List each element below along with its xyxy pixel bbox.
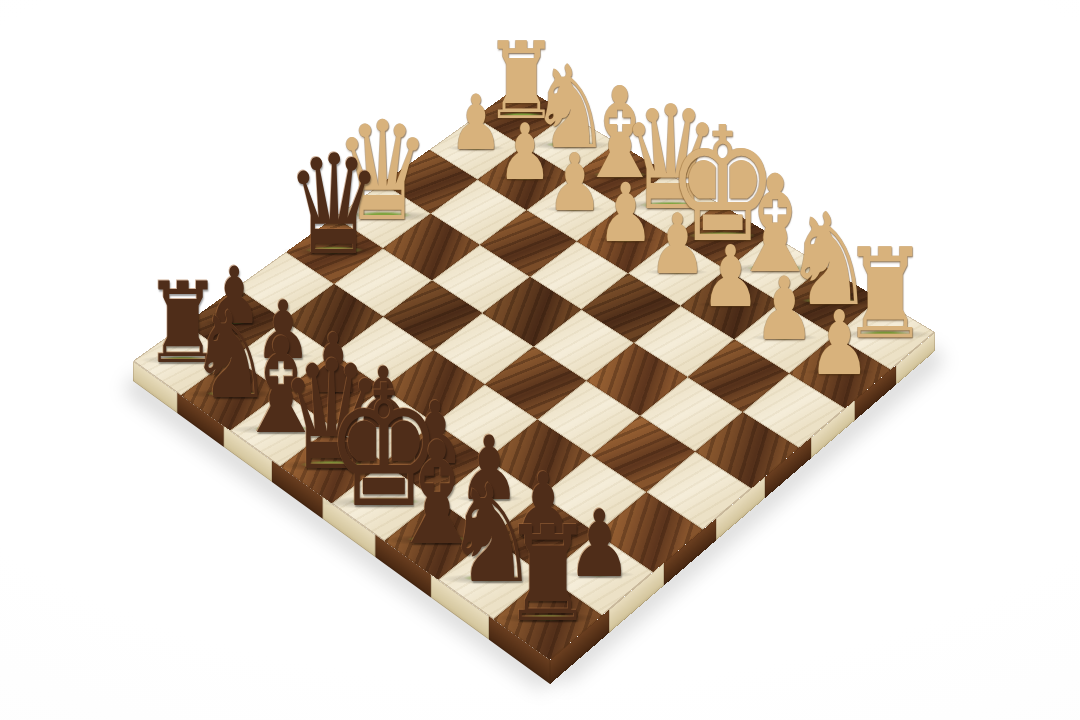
chess-board <box>133 85 935 660</box>
chess-set-photo: ♜♞♝♛♚♝♞♜♟♟♟♟♟♟♟♟♛♛♟♟♟♟♟♟♟♟♜♞♝♛♚♝♞♜ <box>0 0 1080 720</box>
